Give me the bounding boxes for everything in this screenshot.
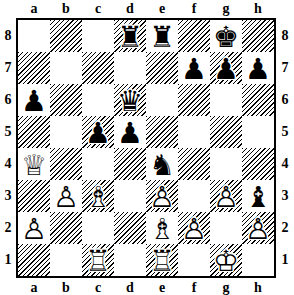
square-e5[interactable] [146, 116, 178, 148]
black-rook-d8[interactable]: ♜♜ [114, 20, 146, 52]
black-queen-d6[interactable]: ♛♛ [114, 84, 146, 116]
square-b5[interactable] [50, 116, 82, 148]
file-label-top-a: a [18, 1, 50, 16]
black-bishop-h3[interactable]: ♝♝ [242, 180, 274, 212]
black-pawn-h7[interactable]: ♟♟ [242, 52, 274, 84]
square-a1[interactable] [18, 244, 50, 276]
square-a2[interactable]: ♟♙ [18, 212, 50, 244]
black-pawn-a6[interactable]: ♟♟ [18, 84, 50, 116]
chess-board: ♜♜♜♜♚♚♟♟♟♟♟♟♟♟♛♛♟♟♟♟♛♕♞♞♟♙♝♗♟♙♟♙♝♝♟♙♝♗♟♙… [16, 18, 276, 278]
square-d4[interactable] [114, 148, 146, 180]
piece-glyph: ♕ [18, 149, 50, 181]
piece-glyph: ♟ [210, 53, 242, 85]
file-labels-top: abcdefgh [18, 1, 274, 16]
rank-label-right-3: 3 [278, 180, 292, 212]
file-label-bottom-a: a [18, 280, 50, 295]
square-f2[interactable]: ♟♙ [178, 212, 210, 244]
square-g8[interactable]: ♚♚ [210, 20, 242, 52]
square-c2[interactable] [82, 212, 114, 244]
piece-glyph: ♙ [146, 181, 178, 213]
piece-glyph: ♙ [210, 181, 242, 213]
square-g6[interactable] [210, 84, 242, 116]
file-label-bottom-b: b [50, 280, 82, 295]
piece-glyph: ♗ [82, 181, 114, 213]
white-king-g1[interactable]: ♚♔ [210, 244, 242, 276]
file-label-bottom-c: c [82, 280, 114, 295]
square-b3[interactable]: ♟♙ [50, 180, 82, 212]
rank-label-right-2: 2 [278, 212, 292, 244]
file-label-top-f: f [178, 1, 210, 16]
square-e3[interactable]: ♟♙ [146, 180, 178, 212]
square-g2[interactable] [210, 212, 242, 244]
square-g7[interactable]: ♟♟ [210, 52, 242, 84]
square-e8[interactable]: ♜♜ [146, 20, 178, 52]
square-g3[interactable]: ♟♙ [210, 180, 242, 212]
square-e6[interactable] [146, 84, 178, 116]
square-f3[interactable] [178, 180, 210, 212]
white-pawn-b3[interactable]: ♟♙ [50, 180, 82, 212]
square-a5[interactable] [18, 116, 50, 148]
white-rook-e1[interactable]: ♜♖ [146, 244, 178, 276]
black-pawn-f7[interactable]: ♟♟ [178, 52, 210, 84]
piece-glyph: ♟ [18, 85, 50, 117]
piece-glyph: ♗ [146, 213, 178, 245]
file-labels-bottom: abcdefgh [18, 280, 274, 295]
square-d8[interactable]: ♜♜ [114, 20, 146, 52]
square-f1[interactable] [178, 244, 210, 276]
square-f7[interactable]: ♟♟ [178, 52, 210, 84]
piece-glyph: ♙ [50, 181, 82, 213]
rank-labels-left: 87654321 [1, 20, 15, 276]
file-label-top-h: h [242, 1, 274, 16]
square-a8[interactable] [18, 20, 50, 52]
square-h8[interactable] [242, 20, 274, 52]
square-g4[interactable] [210, 148, 242, 180]
square-c1[interactable]: ♜♖ [82, 244, 114, 276]
white-pawn-e3[interactable]: ♟♙ [146, 180, 178, 212]
file-label-bottom-h: h [242, 280, 274, 295]
square-c5[interactable]: ♟♟ [82, 116, 114, 148]
square-h2[interactable]: ♟♙ [242, 212, 274, 244]
square-a3[interactable] [18, 180, 50, 212]
rank-label-left-5: 5 [1, 116, 15, 148]
rank-label-right-4: 4 [278, 148, 292, 180]
piece-glyph: ♙ [242, 213, 274, 245]
rank-labels-right: 87654321 [278, 20, 292, 276]
square-d1[interactable] [114, 244, 146, 276]
square-d2[interactable] [114, 212, 146, 244]
square-c6[interactable] [82, 84, 114, 116]
white-pawn-f2[interactable]: ♟♙ [178, 212, 210, 244]
chess-diagram: abcdefgh 87654321 ♜♜♜♜♚♚♟♟♟♟♟♟♟♟♛♛♟♟♟♟♛♕… [0, 0, 294, 295]
square-h1[interactable] [242, 244, 274, 276]
piece-glyph: ♖ [82, 245, 114, 277]
square-b8[interactable] [50, 20, 82, 52]
square-h6[interactable] [242, 84, 274, 116]
rank-label-left-2: 2 [1, 212, 15, 244]
file-label-top-b: b [50, 1, 82, 16]
square-b6[interactable] [50, 84, 82, 116]
piece-glyph: ♛ [114, 85, 146, 117]
square-b4[interactable] [50, 148, 82, 180]
square-a7[interactable] [18, 52, 50, 84]
square-e2[interactable]: ♝♗ [146, 212, 178, 244]
square-e7[interactable] [146, 52, 178, 84]
square-d6[interactable]: ♛♛ [114, 84, 146, 116]
rank-label-right-5: 5 [278, 116, 292, 148]
file-label-top-c: c [82, 1, 114, 16]
black-pawn-d5[interactable]: ♟♟ [114, 116, 146, 148]
piece-glyph: ♚ [210, 21, 242, 53]
square-c4[interactable] [82, 148, 114, 180]
square-c7[interactable] [82, 52, 114, 84]
piece-glyph: ♜ [146, 21, 178, 53]
file-label-bottom-e: e [146, 280, 178, 295]
white-bishop-c3[interactable]: ♝♗ [82, 180, 114, 212]
rank-label-right-6: 6 [278, 84, 292, 116]
rank-label-left-7: 7 [1, 52, 15, 84]
file-label-bottom-d: d [114, 280, 146, 295]
rank-label-right-7: 7 [278, 52, 292, 84]
square-f8[interactable] [178, 20, 210, 52]
black-rook-e8[interactable]: ♜♜ [146, 20, 178, 52]
piece-glyph: ♟ [114, 117, 146, 149]
square-e4[interactable]: ♞♞ [146, 148, 178, 180]
black-pawn-c5[interactable]: ♟♟ [82, 116, 114, 148]
white-queen-a4[interactable]: ♛♕ [18, 148, 50, 180]
square-b1[interactable] [50, 244, 82, 276]
white-pawn-a2[interactable]: ♟♙ [18, 212, 50, 244]
white-pawn-h2[interactable]: ♟♙ [242, 212, 274, 244]
white-rook-c1[interactable]: ♜♖ [82, 244, 114, 276]
rank-label-right-1: 1 [278, 244, 292, 276]
white-pawn-g3[interactable]: ♟♙ [210, 180, 242, 212]
file-label-bottom-g: g [210, 280, 242, 295]
black-king-g8[interactable]: ♚♚ [210, 20, 242, 52]
square-g1[interactable]: ♚♔ [210, 244, 242, 276]
piece-glyph: ♜ [114, 21, 146, 53]
white-bishop-e2[interactable]: ♝♗ [146, 212, 178, 244]
rank-label-left-6: 6 [1, 84, 15, 116]
square-c3[interactable]: ♝♗ [82, 180, 114, 212]
rank-label-right-8: 8 [278, 20, 292, 52]
rank-label-left-8: 8 [1, 20, 15, 52]
black-pawn-g7[interactable]: ♟♟ [210, 52, 242, 84]
square-b7[interactable] [50, 52, 82, 84]
piece-glyph: ♟ [178, 53, 210, 85]
piece-glyph: ♝ [242, 181, 274, 213]
piece-glyph: ♟ [242, 53, 274, 85]
piece-glyph: ♟ [82, 117, 114, 149]
piece-glyph: ♞ [146, 149, 178, 181]
square-d3[interactable] [114, 180, 146, 212]
piece-glyph: ♙ [178, 213, 210, 245]
black-knight-e4[interactable]: ♞♞ [146, 148, 178, 180]
square-e1[interactable]: ♜♖ [146, 244, 178, 276]
square-f5[interactable] [178, 116, 210, 148]
file-label-top-d: d [114, 1, 146, 16]
square-b2[interactable] [50, 212, 82, 244]
square-c8[interactable] [82, 20, 114, 52]
file-label-bottom-f: f [178, 280, 210, 295]
square-a4[interactable]: ♛♕ [18, 148, 50, 180]
square-h3[interactable]: ♝♝ [242, 180, 274, 212]
rank-label-left-1: 1 [1, 244, 15, 276]
square-h4[interactable] [242, 148, 274, 180]
piece-glyph: ♙ [18, 213, 50, 245]
square-f4[interactable] [178, 148, 210, 180]
piece-glyph: ♔ [210, 245, 242, 277]
square-d7[interactable] [114, 52, 146, 84]
file-label-top-g: g [210, 1, 242, 16]
square-h5[interactable] [242, 116, 274, 148]
piece-glyph: ♖ [146, 245, 178, 277]
square-a6[interactable]: ♟♟ [18, 84, 50, 116]
square-g5[interactable] [210, 116, 242, 148]
square-f6[interactable] [178, 84, 210, 116]
rank-label-left-3: 3 [1, 180, 15, 212]
square-h7[interactable]: ♟♟ [242, 52, 274, 84]
square-d5[interactable]: ♟♟ [114, 116, 146, 148]
file-label-top-e: e [146, 1, 178, 16]
rank-label-left-4: 4 [1, 148, 15, 180]
